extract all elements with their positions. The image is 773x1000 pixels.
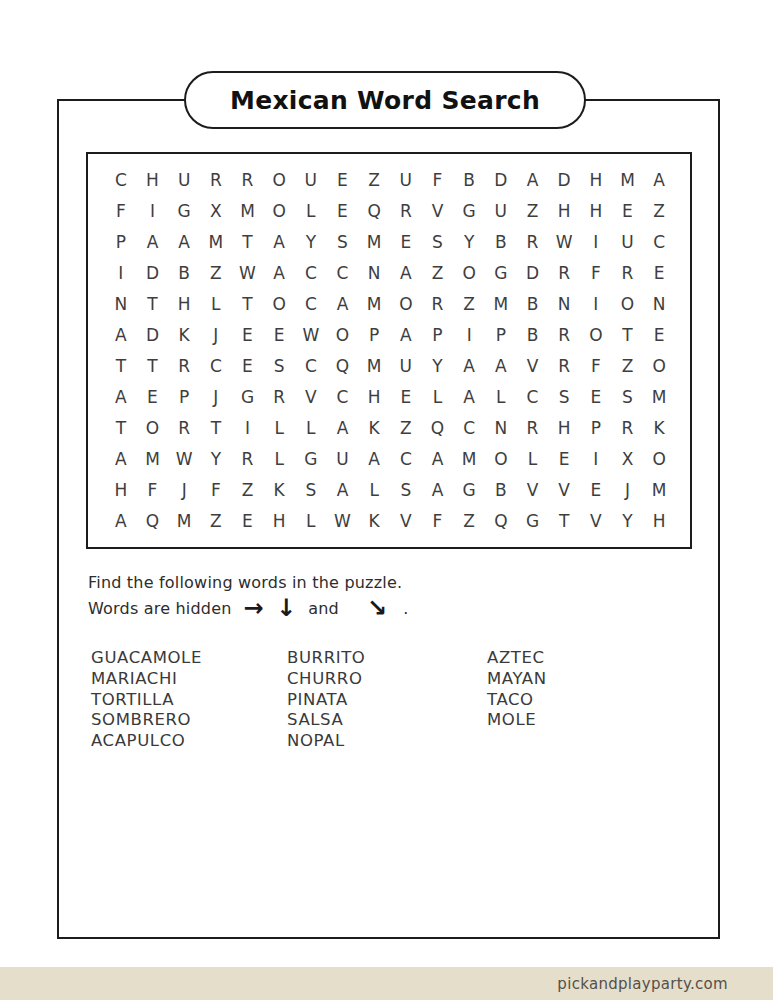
grid-cell: A xyxy=(105,320,137,351)
grid-cell: R xyxy=(263,381,295,412)
grid-cell: X xyxy=(200,196,232,227)
instructions-line-2-prefix: Words are hidden xyxy=(88,599,232,618)
grid-cell: E xyxy=(643,320,675,351)
grid-cell: Z xyxy=(390,412,422,443)
grid-cell: V xyxy=(390,505,422,536)
grid-cell: T xyxy=(105,350,137,381)
grid-cell: P xyxy=(422,320,454,351)
grid-cell: M xyxy=(485,289,517,320)
grid-cell: A xyxy=(105,443,137,474)
grid-cell: E xyxy=(232,350,264,381)
and-label: and xyxy=(308,599,339,618)
grid-cell: G xyxy=(168,196,200,227)
grid-cell: E xyxy=(643,258,675,289)
grid-cell: E xyxy=(390,227,422,258)
grid-cell: Z xyxy=(453,505,485,536)
grid-cell: Z xyxy=(453,289,485,320)
grid-cell: C xyxy=(295,289,327,320)
grid-cell: L xyxy=(200,289,232,320)
grid-cell: K xyxy=(263,474,295,505)
footer-website: pickandplayparty.com xyxy=(557,975,728,993)
grid-cell: U xyxy=(390,165,422,196)
grid-cell: G xyxy=(453,474,485,505)
grid-cell: Z xyxy=(517,196,549,227)
grid-cell: V xyxy=(548,474,580,505)
grid-cell: Z xyxy=(232,474,264,505)
grid-cell: D xyxy=(137,258,169,289)
grid-cell: E xyxy=(580,381,612,412)
grid-cell: U xyxy=(327,443,359,474)
grid-cell: T xyxy=(137,289,169,320)
grid-cell: A xyxy=(263,258,295,289)
grid-cell: R xyxy=(517,227,549,258)
grid-cell: M xyxy=(137,443,169,474)
grid-cell: I xyxy=(232,412,264,443)
grid-cell: Z xyxy=(422,258,454,289)
word-list-column: AZTECMAYANTACOMOLE xyxy=(487,648,627,752)
grid-cell: G xyxy=(453,196,485,227)
letter-grid: CHURROUEZUFBDADHMAFIGXMOLEQRVGUZHHEZPAAM… xyxy=(105,165,675,536)
grid-cell: L xyxy=(263,412,295,443)
grid-cell: U xyxy=(612,227,644,258)
grid-cell: R xyxy=(168,350,200,381)
grid-cell: R xyxy=(200,165,232,196)
grid-cell: O xyxy=(263,165,295,196)
grid-cell: C xyxy=(517,381,549,412)
grid-cell: K xyxy=(643,412,675,443)
grid-cell: E xyxy=(548,443,580,474)
grid-cell: O xyxy=(390,289,422,320)
grid-cell: E xyxy=(327,196,359,227)
grid-cell: Z xyxy=(200,258,232,289)
grid-cell: H xyxy=(643,505,675,536)
grid-cell: P xyxy=(105,227,137,258)
grid-cell: R xyxy=(232,165,264,196)
grid-cell: H xyxy=(580,165,612,196)
grid-cell: S xyxy=(548,381,580,412)
grid-cell: I xyxy=(105,258,137,289)
page-title: Mexican Word Search xyxy=(230,86,540,115)
instructions: Find the following words in the puzzle. … xyxy=(88,573,409,620)
grid-cell: U xyxy=(295,165,327,196)
grid-cell: I xyxy=(580,227,612,258)
grid-cell: B xyxy=(485,474,517,505)
grid-cell: S xyxy=(263,350,295,381)
grid-cell: E xyxy=(137,381,169,412)
grid-cell: U xyxy=(390,350,422,381)
grid-cell: E xyxy=(232,505,264,536)
grid-cell: H xyxy=(580,196,612,227)
word-list-item: GUACAMOLE xyxy=(91,648,287,669)
word-list-item: SOMBRERO xyxy=(91,710,287,731)
grid-cell: V xyxy=(517,350,549,381)
grid-cell: M xyxy=(168,505,200,536)
grid-cell: J xyxy=(200,320,232,351)
grid-cell: H xyxy=(263,505,295,536)
grid-cell: A xyxy=(105,381,137,412)
grid-cell: R xyxy=(390,196,422,227)
grid-cell: M xyxy=(358,350,390,381)
grid-cell: B xyxy=(517,320,549,351)
grid-cell: R xyxy=(422,289,454,320)
grid-cell: Z xyxy=(612,350,644,381)
grid-cell: R xyxy=(232,443,264,474)
grid-cell: A xyxy=(263,227,295,258)
grid-cell: C xyxy=(200,350,232,381)
grid-cell: N xyxy=(485,412,517,443)
grid-cell: K xyxy=(358,412,390,443)
grid-cell: R xyxy=(548,258,580,289)
grid-cell: M xyxy=(643,381,675,412)
grid-cell: Y xyxy=(295,227,327,258)
grid-cell: E xyxy=(580,474,612,505)
grid-cell: O xyxy=(643,443,675,474)
grid-cell: Y xyxy=(200,443,232,474)
grid-cell: L xyxy=(517,443,549,474)
grid-cell: C xyxy=(295,258,327,289)
grid-cell: A xyxy=(390,258,422,289)
grid-cell: U xyxy=(168,165,200,196)
grid-cell: C xyxy=(295,350,327,381)
worksheet-page: Mexican Word Search CHURROUEZUFBDADHMAFI… xyxy=(0,0,773,1000)
grid-cell: O xyxy=(263,289,295,320)
grid-cell: F xyxy=(105,196,137,227)
instructions-line-2: Words are hidden → ↓ and ↘ . xyxy=(88,596,409,620)
grid-cell: L xyxy=(485,381,517,412)
grid-cell: E xyxy=(612,196,644,227)
grid-cell: Y xyxy=(612,505,644,536)
grid-cell: B xyxy=(168,258,200,289)
right-arrow-icon: → xyxy=(244,596,264,620)
grid-cell: T xyxy=(232,227,264,258)
grid-cell: R xyxy=(548,320,580,351)
word-list-column: GUACAMOLEMARIACHITORTILLASOMBREROACAPULC… xyxy=(91,648,287,752)
grid-cell: E xyxy=(390,381,422,412)
grid-cell: A xyxy=(643,165,675,196)
grid-cell: M xyxy=(453,443,485,474)
grid-cell: N xyxy=(548,289,580,320)
word-search-grid: CHURROUEZUFBDADHMAFIGXMOLEQRVGUZHHEZPAAM… xyxy=(86,152,692,549)
grid-cell: K xyxy=(358,505,390,536)
grid-cell: A xyxy=(453,350,485,381)
grid-cell: H xyxy=(137,165,169,196)
grid-cell: P xyxy=(580,412,612,443)
grid-cell: C xyxy=(327,258,359,289)
grid-cell: Q xyxy=(137,505,169,536)
grid-cell: A xyxy=(105,505,137,536)
grid-cell: E xyxy=(263,320,295,351)
grid-cell: V xyxy=(422,196,454,227)
grid-cell: Y xyxy=(453,227,485,258)
grid-cell: L xyxy=(295,196,327,227)
grid-cell: Z xyxy=(200,505,232,536)
word-list-item: ACAPULCO xyxy=(91,731,287,752)
diagonal-arrow-icon: ↘ xyxy=(367,596,387,620)
grid-cell: S xyxy=(612,381,644,412)
grid-cell: T xyxy=(232,289,264,320)
word-list-item: CHURRO xyxy=(287,669,487,690)
word-list-item: MARIACHI xyxy=(91,669,287,690)
grid-cell: G xyxy=(517,505,549,536)
grid-cell: K xyxy=(168,320,200,351)
grid-cell: Q xyxy=(358,196,390,227)
grid-cell: S xyxy=(327,227,359,258)
grid-cell: O xyxy=(485,443,517,474)
word-list-item: TORTILLA xyxy=(91,690,287,711)
grid-cell: F xyxy=(200,474,232,505)
grid-cell: S xyxy=(295,474,327,505)
grid-cell: W xyxy=(548,227,580,258)
grid-cell: E xyxy=(327,165,359,196)
grid-cell: C xyxy=(643,227,675,258)
grid-cell: R xyxy=(548,350,580,381)
grid-cell: J xyxy=(200,381,232,412)
grid-cell: B xyxy=(485,227,517,258)
grid-cell: A xyxy=(358,443,390,474)
grid-cell: C xyxy=(390,443,422,474)
grid-cell: T xyxy=(548,505,580,536)
grid-cell: L xyxy=(295,505,327,536)
grid-cell: D xyxy=(517,258,549,289)
grid-cell: T xyxy=(200,412,232,443)
grid-cell: G xyxy=(295,443,327,474)
grid-cell: A xyxy=(168,227,200,258)
grid-cell: C xyxy=(453,412,485,443)
grid-cell: Z xyxy=(643,196,675,227)
grid-cell: R xyxy=(517,412,549,443)
grid-cell: Q xyxy=(327,350,359,381)
grid-cell: Q xyxy=(422,412,454,443)
grid-cell: W xyxy=(295,320,327,351)
grid-cell: L xyxy=(295,412,327,443)
grid-cell: M xyxy=(612,165,644,196)
grid-cell: P xyxy=(168,381,200,412)
grid-cell: M xyxy=(200,227,232,258)
word-list-item: AZTEC xyxy=(487,648,627,669)
grid-cell: W xyxy=(232,258,264,289)
grid-cell: V xyxy=(517,474,549,505)
grid-cell: C xyxy=(327,381,359,412)
grid-cell: R xyxy=(168,412,200,443)
grid-cell: O xyxy=(453,258,485,289)
grid-cell: M xyxy=(358,227,390,258)
period-text: . xyxy=(403,599,408,618)
word-list-item: NOPAL xyxy=(287,731,487,752)
grid-cell: F xyxy=(580,350,612,381)
grid-cell: T xyxy=(612,320,644,351)
grid-cell: F xyxy=(422,165,454,196)
grid-cell: R xyxy=(612,412,644,443)
grid-cell: O xyxy=(643,350,675,381)
grid-cell: M xyxy=(358,289,390,320)
grid-cell: M xyxy=(643,474,675,505)
grid-cell: Q xyxy=(485,505,517,536)
grid-cell: H xyxy=(105,474,137,505)
grid-cell: S xyxy=(422,227,454,258)
grid-cell: F xyxy=(137,474,169,505)
grid-cell: L xyxy=(422,381,454,412)
grid-cell: A xyxy=(327,289,359,320)
word-list-item: BURRITO xyxy=(287,648,487,669)
grid-cell: N xyxy=(105,289,137,320)
grid-cell: F xyxy=(422,505,454,536)
grid-cell: U xyxy=(485,196,517,227)
grid-cell: I xyxy=(580,443,612,474)
grid-cell: E xyxy=(232,320,264,351)
grid-cell: T xyxy=(137,350,169,381)
grid-cell: P xyxy=(358,320,390,351)
grid-cell: A xyxy=(485,350,517,381)
instructions-line-1: Find the following words in the puzzle. xyxy=(88,573,409,592)
grid-cell: A xyxy=(327,474,359,505)
grid-cell: N xyxy=(643,289,675,320)
down-arrow-icon: ↓ xyxy=(276,596,296,620)
grid-cell: B xyxy=(517,289,549,320)
grid-cell: W xyxy=(168,443,200,474)
word-list-item: MAYAN xyxy=(487,669,627,690)
grid-cell: P xyxy=(485,320,517,351)
grid-cell: D xyxy=(548,165,580,196)
grid-cell: J xyxy=(168,474,200,505)
grid-cell: M xyxy=(232,196,264,227)
grid-cell: A xyxy=(137,227,169,258)
grid-cell: W xyxy=(327,505,359,536)
grid-cell: A xyxy=(327,412,359,443)
footer-bar: pickandplayparty.com xyxy=(0,967,773,1000)
grid-cell: I xyxy=(453,320,485,351)
grid-cell: V xyxy=(580,505,612,536)
grid-cell: Z xyxy=(358,165,390,196)
grid-cell: H xyxy=(358,381,390,412)
grid-cell: O xyxy=(580,320,612,351)
grid-cell: B xyxy=(453,165,485,196)
grid-cell: O xyxy=(612,289,644,320)
grid-cell: S xyxy=(390,474,422,505)
grid-cell: C xyxy=(105,165,137,196)
grid-cell: I xyxy=(137,196,169,227)
grid-cell: O xyxy=(137,412,169,443)
grid-cell: V xyxy=(295,381,327,412)
grid-cell: A xyxy=(422,474,454,505)
grid-cell: G xyxy=(485,258,517,289)
grid-cell: L xyxy=(358,474,390,505)
grid-cell: D xyxy=(485,165,517,196)
word-list: GUACAMOLEMARIACHITORTILLASOMBREROACAPULC… xyxy=(91,648,661,752)
grid-cell: G xyxy=(232,381,264,412)
word-list-item: TACO xyxy=(487,690,627,711)
grid-cell: F xyxy=(580,258,612,289)
grid-cell: A xyxy=(517,165,549,196)
grid-cell: I xyxy=(580,289,612,320)
grid-cell: A xyxy=(453,381,485,412)
grid-cell: A xyxy=(422,443,454,474)
grid-cell: X xyxy=(612,443,644,474)
grid-cell: O xyxy=(327,320,359,351)
grid-cell: D xyxy=(137,320,169,351)
word-list-item: MOLE xyxy=(487,710,627,731)
grid-cell: H xyxy=(168,289,200,320)
grid-cell: A xyxy=(390,320,422,351)
grid-cell: J xyxy=(612,474,644,505)
grid-cell: T xyxy=(105,412,137,443)
grid-cell: H xyxy=(548,196,580,227)
grid-cell: O xyxy=(263,196,295,227)
grid-cell: Y xyxy=(422,350,454,381)
grid-cell: N xyxy=(358,258,390,289)
grid-cell: H xyxy=(548,412,580,443)
word-list-item: SALSA xyxy=(287,710,487,731)
grid-cell: L xyxy=(263,443,295,474)
title-banner: Mexican Word Search xyxy=(184,71,586,129)
word-list-column: BURRITOCHURROPINATASALSANOPAL xyxy=(287,648,487,752)
word-list-item: PINATA xyxy=(287,690,487,711)
grid-cell: R xyxy=(612,258,644,289)
